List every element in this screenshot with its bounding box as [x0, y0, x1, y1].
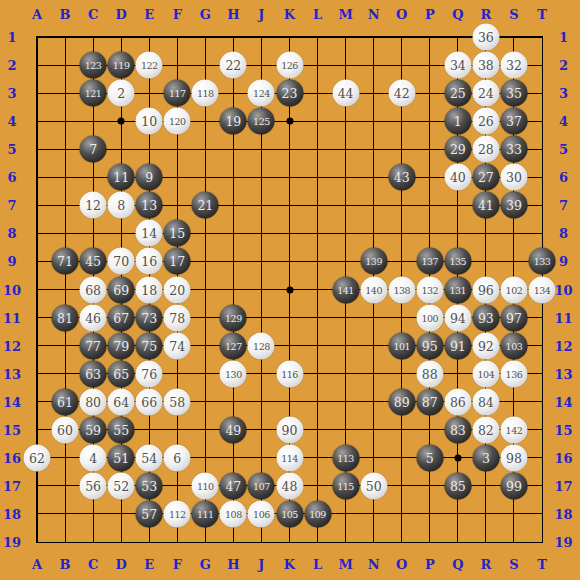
- move-number: 79: [113, 332, 129, 359]
- column-label-bottom: R: [480, 557, 491, 572]
- row-label-left: 19: [3, 535, 21, 550]
- column-label-top: J: [258, 6, 264, 21]
- row-label-left: 11: [3, 310, 21, 325]
- move-number: 67: [113, 304, 129, 331]
- stone-white-F4[interactable]: 120: [164, 108, 191, 135]
- move-number: 114: [281, 444, 298, 471]
- column-label-top: T: [537, 6, 547, 21]
- stone-white-S6[interactable]: 30: [500, 164, 527, 191]
- move-number: 121: [85, 80, 102, 107]
- column-label-top: S: [509, 6, 518, 21]
- move-number: 71: [57, 248, 73, 275]
- move-number: 25: [450, 80, 466, 107]
- stone-white-E8[interactable]: 14: [136, 220, 163, 247]
- move-number: 113: [337, 444, 354, 471]
- move-number: 19: [225, 108, 241, 135]
- stone-black-E12[interactable]: 75: [136, 332, 163, 359]
- stone-black-B9[interactable]: 71: [52, 248, 79, 275]
- row-label-left: 17: [3, 478, 21, 493]
- row-label-right: 13: [554, 366, 572, 381]
- stone-black-J4[interactable]: 125: [248, 108, 275, 135]
- stone-black-F8[interactable]: 15: [164, 220, 191, 247]
- stone-black-P16[interactable]: 5: [416, 444, 443, 471]
- stone-white-R5[interactable]: 28: [472, 136, 499, 163]
- stone-white-D14[interactable]: 64: [108, 388, 135, 415]
- stone-white-N17[interactable]: 50: [360, 472, 387, 499]
- move-number: 76: [141, 360, 157, 387]
- stone-black-C5[interactable]: 7: [80, 136, 107, 163]
- stone-white-K2[interactable]: 126: [276, 52, 303, 79]
- stone-white-D3[interactable]: 2: [108, 80, 135, 107]
- stone-white-O3[interactable]: 42: [388, 80, 415, 107]
- stone-white-C10[interactable]: 68: [80, 276, 107, 303]
- stone-white-C14[interactable]: 80: [80, 388, 107, 415]
- move-number: 45: [85, 248, 101, 275]
- move-number: 115: [337, 472, 354, 499]
- column-label-bottom: Q: [452, 557, 463, 572]
- move-number: 104: [478, 360, 495, 387]
- move-number: 122: [141, 52, 158, 79]
- stone-black-C2[interactable]: 123: [80, 52, 107, 79]
- star-point-D4: [118, 118, 125, 125]
- stone-white-R10[interactable]: 96: [472, 276, 499, 303]
- stone-white-G3[interactable]: 118: [192, 80, 219, 107]
- move-number: 12: [85, 192, 101, 219]
- stone-white-C11[interactable]: 46: [80, 304, 107, 331]
- column-label-top: G: [200, 6, 211, 21]
- move-number: 98: [506, 444, 522, 471]
- stone-white-F11[interactable]: 78: [164, 304, 191, 331]
- move-number: 116: [281, 360, 298, 387]
- stone-black-D11[interactable]: 67: [108, 304, 135, 331]
- row-label-left: 4: [7, 114, 16, 129]
- move-number: 142: [506, 416, 523, 443]
- move-number: 62: [29, 444, 45, 471]
- move-number: 10: [141, 108, 157, 135]
- stone-black-S7[interactable]: 39: [500, 192, 527, 219]
- column-label-top: K: [284, 6, 295, 21]
- row-label-right: 16: [554, 450, 572, 465]
- stone-white-S13[interactable]: 136: [500, 360, 527, 387]
- row-label-right: 9: [559, 254, 568, 269]
- stone-black-H17[interactable]: 47: [220, 472, 247, 499]
- stone-white-S15[interactable]: 142: [500, 416, 527, 443]
- stone-white-F18[interactable]: 112: [164, 500, 191, 527]
- move-number: 109: [309, 500, 326, 527]
- stone-black-E17[interactable]: 53: [136, 472, 163, 499]
- move-number: 6: [173, 444, 181, 471]
- stone-white-E13[interactable]: 76: [136, 360, 163, 387]
- stone-white-E2[interactable]: 122: [136, 52, 163, 79]
- move-number: 110: [197, 472, 214, 499]
- stone-white-F10[interactable]: 20: [164, 276, 191, 303]
- stone-black-E6[interactable]: 9: [136, 164, 163, 191]
- move-number: 125: [253, 108, 270, 135]
- column-label-bottom: G: [200, 557, 211, 572]
- move-number: 47: [225, 472, 241, 499]
- stone-black-E18[interactable]: 57: [136, 500, 163, 527]
- column-label-bottom: F: [173, 557, 182, 572]
- stone-black-D12[interactable]: 79: [108, 332, 135, 359]
- stone-black-K18[interactable]: 105: [276, 500, 303, 527]
- stone-black-G18[interactable]: 111: [192, 500, 219, 527]
- move-number: 99: [506, 472, 522, 499]
- move-number: 101: [393, 332, 410, 359]
- star-point-K4: [286, 118, 293, 125]
- move-number: 34: [450, 52, 466, 79]
- move-number: 139: [365, 248, 382, 275]
- stone-white-G17[interactable]: 110: [192, 472, 219, 499]
- column-label-top: P: [425, 6, 435, 21]
- stone-black-E11[interactable]: 73: [136, 304, 163, 331]
- star-point-K10: [286, 286, 293, 293]
- move-number: 131: [450, 276, 467, 303]
- stone-black-P9[interactable]: 137: [416, 248, 443, 275]
- stone-white-A16[interactable]: 62: [24, 444, 51, 471]
- stone-black-T9[interactable]: 133: [529, 248, 556, 275]
- move-number: 52: [113, 472, 129, 499]
- move-number: 106: [253, 500, 270, 527]
- stone-black-D10[interactable]: 69: [108, 276, 135, 303]
- stone-white-D9[interactable]: 70: [108, 248, 135, 275]
- move-number: 39: [506, 192, 522, 219]
- stone-black-R16[interactable]: 3: [472, 444, 499, 471]
- move-number: 105: [281, 500, 298, 527]
- stone-white-R1[interactable]: 36: [472, 24, 499, 51]
- row-label-left: 15: [3, 422, 21, 437]
- row-label-left: 1: [7, 30, 16, 45]
- move-number: 130: [225, 360, 242, 387]
- stone-white-O10[interactable]: 138: [388, 276, 415, 303]
- stone-black-O14[interactable]: 89: [388, 388, 415, 415]
- column-label-top: D: [116, 6, 127, 21]
- move-number: 63: [85, 360, 101, 387]
- column-label-bottom: S: [509, 557, 518, 572]
- move-number: 64: [113, 388, 129, 415]
- stone-black-Q4[interactable]: 1: [444, 108, 471, 135]
- stone-black-C9[interactable]: 45: [80, 248, 107, 275]
- column-label-bottom: M: [338, 557, 352, 572]
- stone-black-J17[interactable]: 107: [248, 472, 275, 499]
- row-label-left: 3: [7, 86, 16, 101]
- stone-black-Q10[interactable]: 131: [444, 276, 471, 303]
- stone-black-D6[interactable]: 11: [108, 164, 135, 191]
- move-number: 75: [141, 332, 157, 359]
- column-label-bottom: N: [368, 557, 380, 572]
- stone-black-M10[interactable]: 141: [332, 276, 359, 303]
- stone-black-O6[interactable]: 43: [388, 164, 415, 191]
- stone-white-P10[interactable]: 132: [416, 276, 443, 303]
- move-number: 21: [197, 192, 213, 219]
- stone-white-E10[interactable]: 18: [136, 276, 163, 303]
- stone-white-K16[interactable]: 114: [276, 444, 303, 471]
- stone-black-Q9[interactable]: 135: [444, 248, 471, 275]
- stone-black-B11[interactable]: 81: [52, 304, 79, 331]
- row-label-left: 2: [7, 58, 16, 73]
- move-number: 48: [282, 472, 298, 499]
- column-label-top: O: [396, 6, 407, 21]
- stone-white-R4[interactable]: 26: [472, 108, 499, 135]
- star-point-Q16: [454, 454, 461, 461]
- stone-black-Q15[interactable]: 83: [444, 416, 471, 443]
- move-number: 23: [282, 80, 298, 107]
- move-number: 11: [113, 164, 129, 191]
- stone-black-P12[interactable]: 95: [416, 332, 443, 359]
- move-number: 86: [450, 388, 466, 415]
- move-number: 88: [422, 360, 438, 387]
- move-number: 74: [169, 332, 185, 359]
- move-number: 65: [113, 360, 129, 387]
- move-number: 89: [394, 388, 410, 415]
- row-label-left: 14: [3, 394, 21, 409]
- move-number: 73: [141, 304, 157, 331]
- stone-white-T10[interactable]: 134: [529, 276, 556, 303]
- row-label-right: 11: [554, 310, 572, 325]
- go-board[interactable]: AABBCCDDEEFFGGHHJJKKLLMMNNOOPPQQRRSSTT11…: [0, 0, 580, 580]
- move-number: 55: [113, 416, 129, 443]
- move-number: 77: [85, 332, 101, 359]
- move-number: 103: [506, 332, 523, 359]
- move-number: 82: [478, 416, 494, 443]
- stone-white-H2[interactable]: 22: [220, 52, 247, 79]
- row-label-right: 1: [559, 30, 568, 45]
- move-number: 128: [253, 332, 270, 359]
- stone-black-R6[interactable]: 27: [472, 164, 499, 191]
- move-number: 13: [141, 192, 157, 219]
- move-number: 22: [225, 52, 241, 79]
- stone-black-B14[interactable]: 61: [52, 388, 79, 415]
- column-label-bottom: K: [284, 557, 295, 572]
- move-number: 102: [506, 276, 523, 303]
- column-label-top: N: [368, 6, 380, 21]
- move-number: 7: [89, 136, 97, 163]
- stone-black-D16[interactable]: 51: [108, 444, 135, 471]
- stone-white-N10[interactable]: 140: [360, 276, 387, 303]
- move-number: 59: [85, 416, 101, 443]
- stone-black-C15[interactable]: 59: [80, 416, 107, 443]
- move-number: 37: [506, 108, 522, 135]
- stone-black-D13[interactable]: 65: [108, 360, 135, 387]
- move-number: 132: [421, 276, 438, 303]
- row-label-left: 13: [3, 366, 21, 381]
- column-label-top: M: [338, 6, 352, 21]
- row-label-right: 12: [554, 338, 572, 353]
- stone-white-R2[interactable]: 38: [472, 52, 499, 79]
- move-number: 93: [478, 304, 494, 331]
- move-number: 117: [169, 80, 186, 107]
- stone-white-C7[interactable]: 12: [80, 192, 107, 219]
- stone-white-R15[interactable]: 82: [472, 416, 499, 443]
- stone-white-S10[interactable]: 102: [500, 276, 527, 303]
- move-number: 94: [450, 304, 466, 331]
- stone-black-R7[interactable]: 41: [472, 192, 499, 219]
- move-number: 100: [421, 304, 438, 331]
- move-number: 24: [478, 80, 494, 107]
- stone-white-F16[interactable]: 6: [164, 444, 191, 471]
- stone-white-H18[interactable]: 108: [220, 500, 247, 527]
- stone-white-J3[interactable]: 124: [248, 80, 275, 107]
- stone-black-F9[interactable]: 17: [164, 248, 191, 275]
- stone-white-E4[interactable]: 10: [136, 108, 163, 135]
- stone-black-S5[interactable]: 33: [500, 136, 527, 163]
- stone-white-F12[interactable]: 74: [164, 332, 191, 359]
- stone-black-C3[interactable]: 121: [80, 80, 107, 107]
- stone-white-E9[interactable]: 16: [136, 248, 163, 275]
- row-label-right: 2: [559, 58, 568, 73]
- move-number: 4: [89, 444, 97, 471]
- stone-black-S3[interactable]: 35: [500, 80, 527, 107]
- move-number: 40: [450, 164, 466, 191]
- row-label-right: 15: [554, 422, 572, 437]
- stone-black-Q3[interactable]: 25: [444, 80, 471, 107]
- stone-white-S2[interactable]: 32: [500, 52, 527, 79]
- stone-black-S17[interactable]: 99: [500, 472, 527, 499]
- stone-white-B15[interactable]: 60: [52, 416, 79, 443]
- move-number: 5: [426, 444, 434, 471]
- stone-black-D2[interactable]: 119: [108, 52, 135, 79]
- move-number: 17: [169, 248, 185, 275]
- column-label-bottom: O: [396, 557, 407, 572]
- stone-white-J12[interactable]: 128: [248, 332, 275, 359]
- stone-white-H13[interactable]: 130: [220, 360, 247, 387]
- stone-black-K3[interactable]: 23: [276, 80, 303, 107]
- row-label-right: 7: [559, 198, 568, 213]
- move-number: 69: [113, 276, 129, 303]
- move-number: 127: [225, 332, 242, 359]
- stone-white-R13[interactable]: 104: [472, 360, 499, 387]
- move-number: 29: [450, 136, 466, 163]
- stone-black-D15[interactable]: 55: [108, 416, 135, 443]
- row-label-right: 17: [554, 478, 572, 493]
- move-number: 35: [506, 80, 522, 107]
- stone-black-O12[interactable]: 101: [388, 332, 415, 359]
- move-number: 134: [534, 276, 551, 303]
- stone-white-S16[interactable]: 98: [500, 444, 527, 471]
- stone-white-P11[interactable]: 100: [416, 304, 443, 331]
- stone-white-M3[interactable]: 44: [332, 80, 359, 107]
- move-number: 119: [113, 52, 130, 79]
- row-label-right: 10: [554, 282, 572, 297]
- move-number: 3: [482, 444, 490, 471]
- stone-white-C17[interactable]: 56: [80, 472, 107, 499]
- stone-black-G7[interactable]: 21: [192, 192, 219, 219]
- move-number: 95: [422, 332, 438, 359]
- move-number: 58: [169, 388, 185, 415]
- stone-black-Q5[interactable]: 29: [444, 136, 471, 163]
- move-number: 57: [141, 500, 157, 527]
- move-number: 83: [450, 416, 466, 443]
- stone-white-Q6[interactable]: 40: [444, 164, 471, 191]
- move-number: 90: [282, 416, 298, 443]
- move-number: 44: [338, 80, 354, 107]
- stone-black-C12[interactable]: 77: [80, 332, 107, 359]
- move-number: 61: [57, 388, 73, 415]
- move-number: 120: [169, 108, 186, 135]
- stone-black-L18[interactable]: 109: [304, 500, 331, 527]
- stone-black-Q17[interactable]: 85: [444, 472, 471, 499]
- column-label-bottom: J: [258, 557, 264, 572]
- column-label-bottom: T: [537, 557, 547, 572]
- stone-black-H11[interactable]: 129: [220, 304, 247, 331]
- row-label-left: 7: [7, 198, 16, 213]
- move-number: 15: [169, 220, 185, 247]
- stone-white-Q2[interactable]: 34: [444, 52, 471, 79]
- move-number: 26: [478, 108, 494, 135]
- stone-black-H15[interactable]: 49: [220, 416, 247, 443]
- move-number: 107: [253, 472, 270, 499]
- stone-black-N9[interactable]: 139: [360, 248, 387, 275]
- move-number: 135: [450, 248, 467, 275]
- column-label-bottom: D: [116, 557, 127, 572]
- move-number: 38: [478, 52, 494, 79]
- stone-black-H4[interactable]: 19: [220, 108, 247, 135]
- move-number: 20: [169, 276, 185, 303]
- stone-white-K15[interactable]: 90: [276, 416, 303, 443]
- stone-white-D17[interactable]: 52: [108, 472, 135, 499]
- row-label-right: 6: [559, 170, 568, 185]
- stone-white-K13[interactable]: 116: [276, 360, 303, 387]
- row-label-right: 5: [559, 142, 568, 157]
- stone-white-E16[interactable]: 54: [136, 444, 163, 471]
- move-number: 2: [117, 80, 125, 107]
- move-number: 50: [366, 472, 382, 499]
- stone-black-M17[interactable]: 115: [332, 472, 359, 499]
- stone-black-S12[interactable]: 103: [500, 332, 527, 359]
- stone-black-Q12[interactable]: 91: [444, 332, 471, 359]
- row-label-left: 5: [7, 142, 16, 157]
- stone-white-R12[interactable]: 92: [472, 332, 499, 359]
- stone-white-J18[interactable]: 106: [248, 500, 275, 527]
- stone-white-Q11[interactable]: 94: [444, 304, 471, 331]
- move-number: 133: [534, 248, 551, 275]
- stone-black-C13[interactable]: 63: [80, 360, 107, 387]
- stone-black-S11[interactable]: 97: [500, 304, 527, 331]
- stone-black-E7[interactable]: 13: [136, 192, 163, 219]
- stone-white-Q14[interactable]: 86: [444, 388, 471, 415]
- stone-white-C16[interactable]: 4: [80, 444, 107, 471]
- move-number: 138: [393, 276, 410, 303]
- column-label-bottom: C: [88, 557, 98, 572]
- stone-white-F14[interactable]: 58: [164, 388, 191, 415]
- stone-black-R11[interactable]: 93: [472, 304, 499, 331]
- stone-black-H12[interactable]: 127: [220, 332, 247, 359]
- move-number: 124: [253, 80, 270, 107]
- stone-white-K17[interactable]: 48: [276, 472, 303, 499]
- stone-white-E14[interactable]: 66: [136, 388, 163, 415]
- stone-white-P13[interactable]: 88: [416, 360, 443, 387]
- stone-white-R14[interactable]: 84: [472, 388, 499, 415]
- stone-black-P14[interactable]: 87: [416, 388, 443, 415]
- move-number: 56: [85, 472, 101, 499]
- move-number: 16: [141, 248, 157, 275]
- stone-white-R3[interactable]: 24: [472, 80, 499, 107]
- move-number: 87: [422, 388, 438, 415]
- move-number: 91: [450, 332, 466, 359]
- move-number: 111: [197, 500, 214, 527]
- row-label-right: 18: [554, 506, 572, 521]
- stone-black-S4[interactable]: 37: [500, 108, 527, 135]
- move-number: 51: [113, 444, 129, 471]
- column-label-bottom: B: [60, 557, 71, 572]
- stone-black-F3[interactable]: 117: [164, 80, 191, 107]
- stone-white-D7[interactable]: 8: [108, 192, 135, 219]
- move-number: 18: [141, 276, 157, 303]
- move-number: 70: [113, 248, 129, 275]
- column-label-bottom: A: [32, 557, 42, 572]
- stone-black-M16[interactable]: 113: [332, 444, 359, 471]
- move-number: 81: [57, 304, 73, 331]
- move-number: 14: [141, 220, 157, 247]
